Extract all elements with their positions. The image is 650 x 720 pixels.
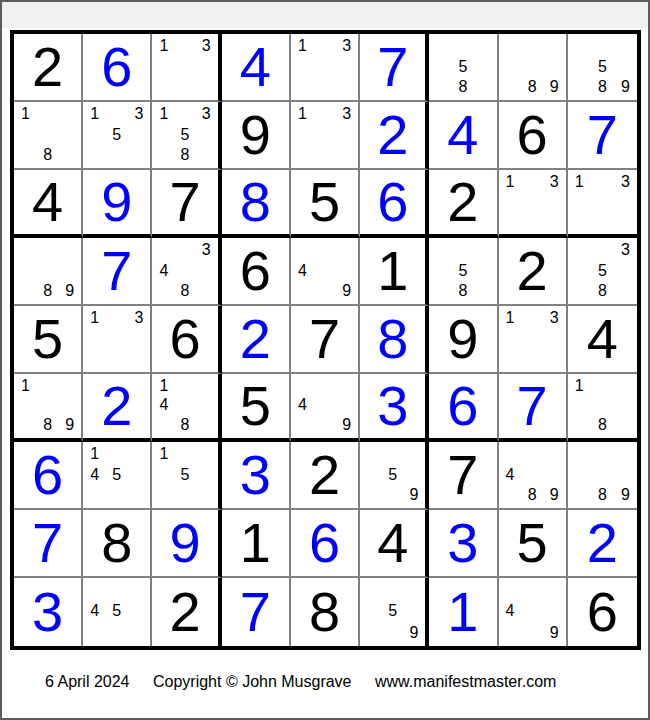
pencil-mark-8: 8 — [593, 76, 611, 95]
cell-digit: 8 — [309, 584, 340, 640]
pencil-mark-4 — [436, 261, 454, 280]
pencil-mark-9: 9 — [612, 484, 630, 503]
cell-r3c5[interactable]: 5 — [291, 170, 360, 238]
pencil-mark-1: 1 — [159, 38, 176, 57]
pencil-mark-5 — [523, 602, 541, 622]
cell-digit: 7 — [587, 107, 618, 163]
cell-r4c2[interactable]: 7 — [83, 238, 152, 306]
pencil-mark-1 — [506, 582, 524, 602]
cell-r8c7[interactable]: 3 — [429, 510, 498, 578]
cell-r9c4[interactable]: 7 — [222, 578, 291, 646]
pencil-mark-3 — [333, 378, 351, 396]
pencil-mark-5 — [523, 465, 541, 484]
cell-digit: 4 — [32, 174, 63, 230]
cell-digit: 6 — [101, 39, 132, 95]
footer-website: www.manifestmaster.com — [375, 673, 556, 690]
pencil-mark-7 — [298, 76, 316, 95]
pencil-mark-4: 4 — [506, 602, 524, 622]
pencil-mark-2 — [108, 310, 126, 329]
pencil-mark-6 — [194, 465, 211, 484]
pencil-mark-2 — [177, 38, 194, 57]
pencil-mark-6 — [541, 465, 559, 484]
pencil-mark-3 — [56, 242, 74, 261]
pencil-mark-8: 8 — [523, 76, 541, 95]
pencil-mark-6 — [126, 329, 144, 348]
pencil-mark-7 — [90, 144, 108, 163]
pencil-mark-4 — [506, 329, 524, 348]
cell-r6c1[interactable]: 189 — [14, 374, 83, 442]
cell-r5c4[interactable]: 2 — [222, 306, 291, 374]
pencil-mark-4: 4 — [506, 465, 524, 484]
cell-digit: 6 — [377, 174, 408, 230]
pencil-marks: 59 — [360, 442, 425, 508]
pencil-mark-7 — [575, 484, 593, 503]
pencil-mark-9 — [194, 484, 211, 503]
cell-digit: 9 — [169, 515, 200, 571]
cell-digit: 6 — [587, 584, 618, 640]
pencil-mark-8: 8 — [454, 76, 472, 95]
pencil-mark-6 — [194, 125, 211, 144]
pencil-mark-9 — [56, 144, 74, 163]
cell-r8c1[interactable]: 7 — [14, 510, 83, 578]
pencil-mark-3 — [194, 446, 211, 465]
pencil-mark-1 — [575, 446, 593, 465]
cell-r3c4[interactable]: 8 — [222, 170, 291, 238]
cell-r7c8[interactable]: 489 — [499, 442, 568, 510]
pencil-mark-3 — [401, 446, 418, 465]
cell-digit: 2 — [101, 378, 132, 434]
cell-r2c4[interactable]: 9 — [222, 102, 291, 170]
cell-r3c8[interactable]: 13 — [499, 170, 568, 238]
pencil-mark-9 — [612, 280, 630, 299]
cell-r1c8[interactable]: 89 — [499, 34, 568, 102]
pencil-mark-9: 9 — [541, 76, 559, 95]
cell-r5c1[interactable]: 5 — [14, 306, 83, 374]
pencil-mark-4 — [298, 125, 316, 144]
pencil-mark-3: 3 — [126, 106, 144, 125]
pencil-mark-8: 8 — [177, 415, 194, 433]
pencil-mark-9 — [612, 415, 630, 433]
pencil-mark-4 — [575, 261, 593, 280]
cell-r7c6[interactable]: 59 — [360, 442, 429, 510]
pencil-mark-6 — [472, 261, 490, 280]
cell-r9c6[interactable]: 59 — [360, 578, 429, 646]
pencil-marks: 13 — [83, 306, 150, 372]
pencil-mark-9: 9 — [401, 484, 418, 503]
cell-r8c9[interactable]: 2 — [568, 510, 637, 578]
pencil-mark-3 — [612, 446, 630, 465]
pencil-mark-1: 1 — [575, 378, 593, 396]
cell-r3c2[interactable]: 9 — [83, 170, 152, 238]
cell-r2c5[interactable]: 13 — [291, 102, 360, 170]
pencil-marks: 45 — [83, 578, 150, 646]
pencil-mark-1 — [21, 242, 39, 261]
cell-r7c2[interactable]: 145 — [83, 442, 152, 510]
pencil-marks: 148 — [152, 374, 217, 438]
pencil-mark-6 — [126, 125, 144, 144]
pencil-mark-8 — [316, 280, 334, 299]
cell-digit: 4 — [240, 39, 271, 95]
pencil-mark-2 — [384, 582, 401, 602]
pencil-mark-1: 1 — [21, 378, 39, 396]
cell-r5c6[interactable]: 8 — [360, 306, 429, 374]
cell-r4c6[interactable]: 1 — [360, 238, 429, 306]
cell-r4c5[interactable]: 49 — [291, 238, 360, 306]
pencil-mark-5 — [523, 57, 541, 76]
pencil-marks: 58 — [429, 238, 496, 304]
pencil-mark-2 — [177, 106, 194, 125]
pencil-mark-6 — [194, 57, 211, 76]
pencil-mark-3: 3 — [541, 310, 559, 329]
cell-r7c7[interactable]: 7 — [429, 442, 498, 510]
pencil-mark-3 — [56, 378, 74, 396]
cell-digit: 2 — [169, 584, 200, 640]
pencil-mark-7 — [298, 280, 316, 299]
pencil-mark-4: 4 — [159, 261, 176, 280]
pencil-mark-2 — [593, 242, 611, 261]
cell-digit: 4 — [587, 311, 618, 367]
pencil-mark-8: 8 — [523, 484, 541, 503]
pencil-mark-9: 9 — [333, 280, 351, 299]
cell-r1c4[interactable]: 4 — [222, 34, 291, 102]
pencil-mark-7 — [436, 76, 454, 95]
cell-r1c6[interactable]: 7 — [360, 34, 429, 102]
pencil-mark-6 — [194, 396, 211, 414]
cell-r6c4[interactable]: 5 — [222, 374, 291, 442]
pencil-mark-9 — [612, 211, 630, 229]
cell-digit: 1 — [240, 515, 271, 571]
cell-digit: 7 — [309, 311, 340, 367]
pencil-mark-2 — [523, 446, 541, 465]
cell-digit: 5 — [32, 311, 63, 367]
pencil-mark-6 — [56, 396, 74, 414]
pencil-mark-5 — [593, 192, 611, 210]
pencil-mark-1 — [575, 38, 593, 57]
pencil-mark-3: 3 — [194, 38, 211, 57]
cell-r5c8[interactable]: 13 — [499, 306, 568, 374]
pencil-marks: 189 — [14, 374, 81, 438]
pencil-mark-7 — [90, 621, 108, 641]
pencil-mark-4 — [367, 602, 384, 622]
pencil-mark-7 — [506, 76, 524, 95]
pencil-mark-5: 5 — [454, 57, 472, 76]
pencil-mark-4 — [159, 465, 176, 484]
pencil-mark-5: 5 — [454, 261, 472, 280]
pencil-mark-4 — [575, 57, 593, 76]
cell-r4c1[interactable]: 89 — [14, 238, 83, 306]
cell-r5c3[interactable]: 6 — [152, 306, 221, 374]
cell-r3c6[interactable]: 6 — [360, 170, 429, 238]
cell-r7c4[interactable]: 3 — [222, 442, 291, 510]
cell-digit: 8 — [240, 174, 271, 230]
cell-r9c7[interactable]: 1 — [429, 578, 498, 646]
pencil-marks: 13 — [568, 170, 637, 234]
cell-r2c9[interactable]: 7 — [568, 102, 637, 170]
pencil-mark-8 — [384, 484, 401, 503]
cell-r5c5[interactable]: 7 — [291, 306, 360, 374]
pencil-mark-3: 3 — [126, 310, 144, 329]
pencil-mark-2 — [108, 446, 126, 465]
pencil-mark-2 — [523, 582, 541, 602]
cell-digit: 6 — [447, 378, 478, 434]
pencil-mark-1 — [159, 242, 176, 261]
cell-r8c3[interactable]: 9 — [152, 510, 221, 578]
cell-r4c4[interactable]: 6 — [222, 238, 291, 306]
cell-digit: 8 — [377, 311, 408, 367]
cell-r6c5[interactable]: 49 — [291, 374, 360, 442]
pencil-mark-5: 5 — [177, 125, 194, 144]
pencil-marks: 89 — [14, 238, 81, 304]
cell-digit: 2 — [587, 515, 618, 571]
pencil-mark-2 — [316, 38, 334, 57]
cell-r7c5[interactable]: 2 — [291, 442, 360, 510]
pencil-mark-3: 3 — [194, 106, 211, 125]
cell-r8c4[interactable]: 1 — [222, 510, 291, 578]
pencil-mark-2 — [593, 174, 611, 192]
cell-r5c2[interactable]: 13 — [83, 306, 152, 374]
cell-r2c8[interactable]: 6 — [499, 102, 568, 170]
pencil-mark-7 — [21, 280, 39, 299]
cell-r3c1[interactable]: 4 — [14, 170, 83, 238]
pencil-mark-2 — [108, 106, 126, 125]
pencil-mark-6 — [333, 261, 351, 280]
pencil-mark-2 — [523, 38, 541, 57]
cell-digit: 7 — [517, 378, 548, 434]
pencil-mark-6 — [612, 465, 630, 484]
pencil-mark-9 — [541, 348, 559, 367]
pencil-mark-9 — [194, 415, 211, 433]
pencil-mark-1 — [436, 242, 454, 261]
pencil-mark-9 — [472, 280, 490, 299]
pencil-marks: 135 — [83, 102, 150, 168]
cell-r1c1[interactable]: 2 — [14, 34, 83, 102]
cell-r6c9[interactable]: 18 — [568, 374, 637, 442]
pencil-mark-7 — [21, 415, 39, 433]
pencil-mark-1: 1 — [90, 446, 108, 465]
pencil-mark-3: 3 — [612, 174, 630, 192]
pencil-mark-9: 9 — [401, 621, 418, 641]
cell-r4c3[interactable]: 348 — [152, 238, 221, 306]
pencil-mark-8: 8 — [593, 484, 611, 503]
pencil-mark-5 — [523, 192, 541, 210]
cell-r3c7[interactable]: 2 — [429, 170, 498, 238]
cell-r6c2[interactable]: 2 — [83, 374, 152, 442]
cell-r7c1[interactable]: 6 — [14, 442, 83, 510]
cell-r9c1[interactable]: 3 — [14, 578, 83, 646]
pencil-marks: 489 — [499, 442, 566, 508]
cell-digit: 3 — [447, 515, 478, 571]
cell-r3c9[interactable]: 13 — [568, 170, 637, 238]
cell-r9c3[interactable]: 2 — [152, 578, 221, 646]
pencil-mark-9 — [333, 76, 351, 95]
pencil-mark-9 — [126, 621, 144, 641]
cell-r2c2[interactable]: 135 — [83, 102, 152, 170]
pencil-mark-3 — [194, 378, 211, 396]
pencil-mark-6 — [56, 261, 74, 280]
pencil-mark-8 — [523, 621, 541, 641]
cell-r8c5[interactable]: 6 — [291, 510, 360, 578]
cell-digit: 2 — [377, 107, 408, 163]
pencil-mark-8: 8 — [454, 280, 472, 299]
cell-r6c7[interactable]: 6 — [429, 374, 498, 442]
cell-r9c2[interactable]: 45 — [83, 578, 152, 646]
pencil-mark-7 — [90, 484, 108, 503]
top-strip — [2, 2, 648, 28]
pencil-mark-3 — [401, 582, 418, 602]
pencil-mark-7 — [575, 211, 593, 229]
pencil-mark-5 — [593, 465, 611, 484]
pencil-mark-8 — [108, 484, 126, 503]
pencil-mark-4: 4 — [298, 396, 316, 414]
pencil-mark-5: 5 — [108, 125, 126, 144]
cell-r5c7[interactable]: 9 — [429, 306, 498, 374]
pencil-mark-8 — [316, 415, 334, 433]
pencil-marks: 18 — [14, 102, 81, 168]
cell-r1c7[interactable]: 58 — [429, 34, 498, 102]
cell-r4c9[interactable]: 358 — [568, 238, 637, 306]
pencil-mark-5: 5 — [384, 602, 401, 622]
pencil-mark-7 — [506, 211, 524, 229]
cell-digit: 6 — [32, 447, 63, 503]
pencil-mark-3: 3 — [194, 242, 211, 261]
pencil-mark-4 — [159, 125, 176, 144]
cell-r8c2[interactable]: 8 — [83, 510, 152, 578]
cell-r5c9[interactable]: 4 — [568, 306, 637, 374]
pencil-mark-5 — [316, 396, 334, 414]
cell-digit: 5 — [240, 378, 271, 434]
cell-r7c9[interactable]: 89 — [568, 442, 637, 510]
pencil-mark-3: 3 — [541, 174, 559, 192]
cell-r1c3[interactable]: 13 — [152, 34, 221, 102]
cell-r6c6[interactable]: 3 — [360, 374, 429, 442]
sudoku-board: 2613413758895891813513589132467497856213… — [10, 30, 641, 650]
pencil-mark-9: 9 — [612, 76, 630, 95]
cell-digit: 7 — [447, 447, 478, 503]
cell-digit: 6 — [169, 311, 200, 367]
pencil-mark-7 — [575, 415, 593, 433]
cell-r4c8[interactable]: 2 — [499, 238, 568, 306]
pencil-mark-8 — [177, 484, 194, 503]
pencil-mark-2 — [177, 446, 194, 465]
cell-r8c8[interactable]: 5 — [499, 510, 568, 578]
pencil-mark-2 — [177, 242, 194, 261]
cell-r1c9[interactable]: 589 — [568, 34, 637, 102]
pencil-mark-6 — [472, 57, 490, 76]
cell-r6c3[interactable]: 148 — [152, 374, 221, 442]
cell-r2c1[interactable]: 18 — [14, 102, 83, 170]
pencil-mark-4: 4 — [90, 602, 108, 622]
cell-digit: 1 — [377, 243, 408, 299]
cell-r2c7[interactable]: 4 — [429, 102, 498, 170]
pencil-mark-2 — [523, 310, 541, 329]
pencil-mark-1 — [506, 38, 524, 57]
pencil-mark-4 — [90, 329, 108, 348]
cell-digit: 9 — [240, 107, 271, 163]
pencil-mark-1 — [506, 446, 524, 465]
pencil-mark-8: 8 — [39, 415, 57, 433]
pencil-mark-8 — [523, 211, 541, 229]
pencil-marks: 49 — [291, 238, 358, 304]
cell-digit: 3 — [377, 378, 408, 434]
pencil-mark-6 — [401, 602, 418, 622]
pencil-mark-1: 1 — [298, 38, 316, 57]
cell-digit: 6 — [309, 515, 340, 571]
pencil-mark-6 — [333, 396, 351, 414]
pencil-mark-5 — [39, 125, 57, 144]
page: 2613413758895891813513589132467497856213… — [0, 0, 650, 720]
pencil-mark-8 — [523, 348, 541, 367]
pencil-mark-3 — [333, 242, 351, 261]
pencil-mark-3 — [472, 242, 490, 261]
pencil-mark-9 — [333, 144, 351, 163]
pencil-mark-6 — [541, 602, 559, 622]
cell-r9c8[interactable]: 49 — [499, 578, 568, 646]
pencil-mark-7 — [436, 280, 454, 299]
pencil-mark-1: 1 — [159, 106, 176, 125]
pencil-mark-1: 1 — [506, 174, 524, 192]
cell-r1c5[interactable]: 13 — [291, 34, 360, 102]
cell-r4c7[interactable]: 58 — [429, 238, 498, 306]
cell-digit: 2 — [32, 39, 63, 95]
cell-r9c9[interactable]: 6 — [568, 578, 637, 646]
pencil-mark-5 — [108, 329, 126, 348]
cell-digit: 7 — [377, 39, 408, 95]
pencil-mark-1 — [367, 446, 384, 465]
pencil-marks: 13 — [152, 34, 217, 100]
pencil-mark-7 — [21, 144, 39, 163]
pencil-mark-2 — [384, 446, 401, 465]
cell-r1c2[interactable]: 6 — [83, 34, 152, 102]
pencil-mark-8: 8 — [177, 144, 194, 163]
pencil-mark-7 — [506, 348, 524, 367]
cell-r2c6[interactable]: 2 — [360, 102, 429, 170]
pencil-mark-6 — [541, 329, 559, 348]
pencil-mark-5 — [177, 396, 194, 414]
pencil-mark-7 — [575, 76, 593, 95]
pencil-mark-2 — [454, 242, 472, 261]
cell-r8c6[interactable]: 4 — [360, 510, 429, 578]
pencil-mark-8 — [316, 76, 334, 95]
pencil-mark-7 — [367, 484, 384, 503]
pencil-mark-8: 8 — [593, 415, 611, 433]
cell-r7c3[interactable]: 15 — [152, 442, 221, 510]
pencil-mark-5 — [316, 261, 334, 280]
pencil-mark-7 — [367, 621, 384, 641]
pencil-mark-8: 8 — [593, 280, 611, 299]
pencil-marks: 18 — [568, 374, 637, 438]
pencil-mark-5 — [316, 125, 334, 144]
cell-r3c3[interactable]: 7 — [152, 170, 221, 238]
pencil-mark-7 — [506, 484, 524, 503]
pencil-mark-4: 4 — [298, 261, 316, 280]
pencil-mark-5: 5 — [177, 465, 194, 484]
cell-r6c8[interactable]: 7 — [499, 374, 568, 442]
cell-digit: 5 — [309, 174, 340, 230]
pencil-mark-2 — [316, 106, 334, 125]
cell-digit: 6 — [517, 107, 548, 163]
pencil-mark-1: 1 — [159, 378, 176, 396]
cell-r2c3[interactable]: 1358 — [152, 102, 221, 170]
cell-r9c5[interactable]: 8 — [291, 578, 360, 646]
pencil-mark-5 — [39, 396, 57, 414]
pencil-mark-2 — [39, 106, 57, 125]
pencil-mark-7 — [506, 621, 524, 641]
pencil-mark-1 — [298, 378, 316, 396]
cell-digit: 5 — [517, 515, 548, 571]
cell-digit: 9 — [101, 174, 132, 230]
pencil-mark-3 — [612, 38, 630, 57]
pencil-mark-7 — [159, 144, 176, 163]
